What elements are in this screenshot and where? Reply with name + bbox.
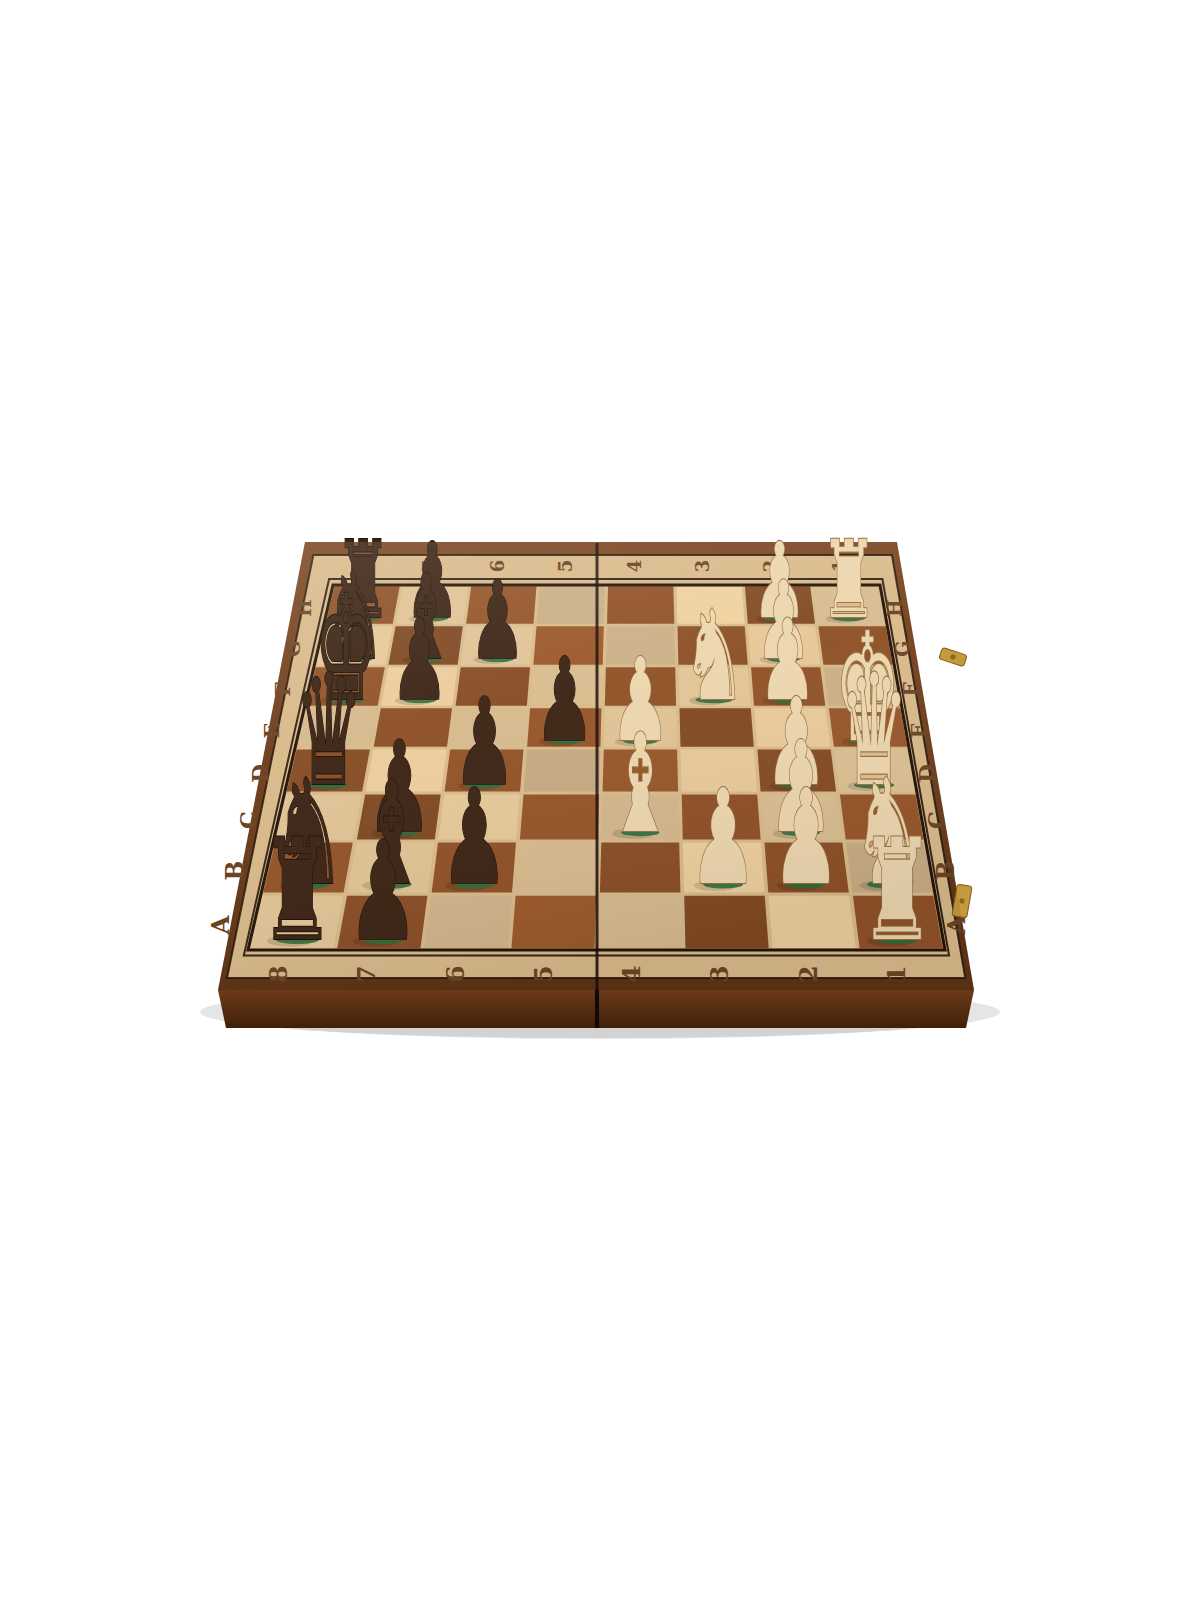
label-rank-bottom-6: 6 (441, 965, 470, 982)
label-file-left-B: B (221, 861, 249, 881)
label-file-left-D: D (248, 764, 273, 783)
square-h5[interactable] (537, 586, 605, 624)
label-rank-bottom-3: 3 (705, 965, 734, 982)
piece-black-pawn-f7[interactable]: ♟ (391, 595, 449, 726)
label-file-right-E: E (907, 723, 931, 739)
piece-black-pawn-e5[interactable]: ♟ (535, 632, 595, 766)
brass-clasp-1 (939, 647, 967, 666)
piece-white-rook-a1[interactable]: ♜ (860, 809, 935, 972)
square-a4[interactable] (599, 896, 682, 949)
label-file-left-H: H (294, 599, 315, 616)
label-rank-top-4: 4 (624, 560, 645, 573)
piece-white-bishop-c4[interactable]: ♝ (607, 704, 673, 863)
piece-black-pawn-b6[interactable]: ♟ (440, 761, 509, 914)
label-file-left-C: C (235, 811, 261, 829)
piece-black-pawn-g6[interactable]: ♟ (469, 558, 525, 684)
piece-white-pawn-b3[interactable]: ♟ (689, 761, 758, 914)
chessboard: 8877665544332211HHGGFFEEDDCCBBAA♜♟♟♜♞♝♟♟… (0, 0, 1200, 1600)
product-photo: 8877665544332211HHGGFFEEDDCCBBAA♜♟♟♜♞♝♟♟… (0, 0, 1200, 1600)
label-file-right-B: B (932, 861, 960, 881)
label-file-left-F: F (271, 682, 295, 696)
piece-black-rook-a8[interactable]: ♜ (260, 809, 335, 972)
label-rank-bottom-5: 5 (529, 965, 558, 982)
label-rank-bottom-4: 4 (617, 965, 646, 982)
label-rank-bottom-2: 2 (794, 965, 823, 982)
piece-white-pawn-b2[interactable]: ♟ (772, 761, 841, 914)
square-h4[interactable] (607, 586, 674, 624)
label-file-right-A: A (942, 914, 971, 935)
label-file-left-A: A (206, 914, 235, 935)
label-rank-top-3: 3 (692, 560, 713, 573)
label-rank-top-5: 5 (555, 560, 576, 573)
piece-white-knight-f3[interactable]: ♞ (682, 584, 746, 729)
piece-black-pawn-a7[interactable]: ♟ (347, 812, 419, 971)
square-b5[interactable] (516, 843, 598, 893)
square-a5[interactable] (511, 896, 596, 949)
label-file-left-E: E (260, 723, 284, 739)
square-c5[interactable] (520, 794, 599, 839)
